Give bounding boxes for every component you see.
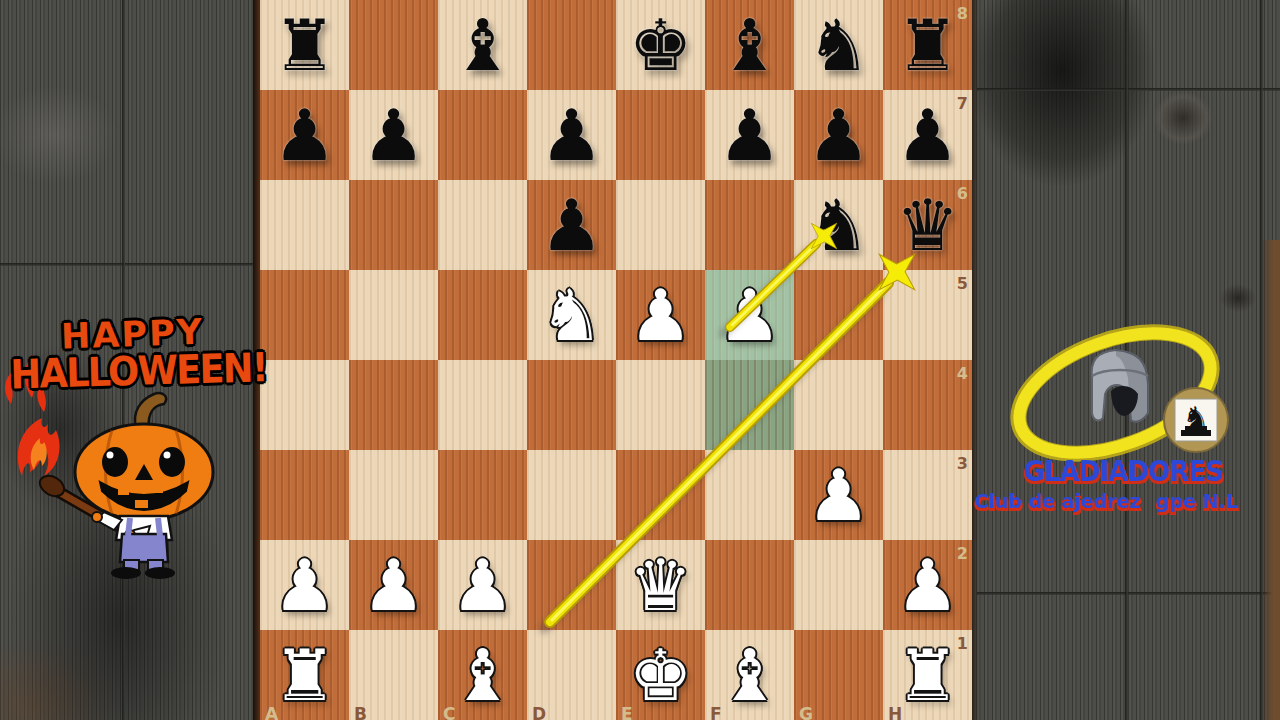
square-f5[interactable]: ♟: [705, 270, 794, 360]
square-h7[interactable]: ♟: [883, 90, 972, 180]
piece-black-pawn: ♟: [794, 90, 883, 180]
square-b6[interactable]: [349, 180, 438, 270]
square-c7[interactable]: [438, 90, 527, 180]
square-g3[interactable]: ♟: [794, 450, 883, 540]
piece-black-king: ♚: [616, 0, 705, 90]
square-g1[interactable]: [794, 630, 883, 720]
piece-white-pawn: ♟: [260, 540, 349, 630]
square-d7[interactable]: ♟: [527, 90, 616, 180]
square-e1[interactable]: ♚: [616, 630, 705, 720]
piece-white-pawn: ♟: [705, 270, 794, 360]
piece-black-knight: ♞: [794, 0, 883, 90]
square-e5[interactable]: ♟: [616, 270, 705, 360]
square-h4[interactable]: [883, 360, 972, 450]
piece-black-bishop: ♝: [438, 0, 527, 90]
piece-black-pawn: ♟: [705, 90, 794, 180]
piece-black-pawn: ♟: [349, 90, 438, 180]
square-b1[interactable]: [349, 630, 438, 720]
piece-white-king: ♚: [616, 630, 705, 720]
piece-white-rook: ♜: [260, 630, 349, 720]
square-b7[interactable]: ♟: [349, 90, 438, 180]
piece-white-bishop: ♝: [705, 630, 794, 720]
club-logo-emblem: ♞: [985, 318, 1280, 518]
square-c3[interactable]: [438, 450, 527, 540]
square-f2[interactable]: [705, 540, 794, 630]
square-a2[interactable]: ♟: [260, 540, 349, 630]
piece-black-bishop: ♝: [705, 0, 794, 90]
piece-black-queen: ♛: [883, 180, 972, 270]
piece-black-pawn: ♟: [527, 90, 616, 180]
square-g5[interactable]: [794, 270, 883, 360]
square-c8[interactable]: ♝: [438, 0, 527, 90]
club-logo-subtitle2-text: gpe N.L: [1156, 489, 1238, 513]
square-b5[interactable]: [349, 270, 438, 360]
piece-white-queen: ♛: [616, 540, 705, 630]
video-frame: ♜♝♚♝♞♜♟♟♟♟♟♟♟♞♛♞♟♟♟♟♟♟♛♟♜♝♚♝♜87654321ABC…: [0, 0, 1280, 720]
square-a3[interactable]: [260, 450, 349, 540]
pumpkin-head: [75, 393, 213, 520]
piece-black-pawn: ♟: [883, 90, 972, 180]
square-a6[interactable]: [260, 180, 349, 270]
square-g7[interactable]: ♟: [794, 90, 883, 180]
piece-white-knight: ♞: [527, 270, 616, 360]
square-e8[interactable]: ♚: [616, 0, 705, 90]
square-f3[interactable]: [705, 450, 794, 540]
wood-seam: [977, 592, 1280, 595]
square-c1[interactable]: ♝: [438, 630, 527, 720]
square-a8[interactable]: ♜: [260, 0, 349, 90]
square-d8[interactable]: [527, 0, 616, 90]
piece-black-pawn: ♟: [527, 180, 616, 270]
square-d3[interactable]: [527, 450, 616, 540]
square-e2[interactable]: ♛: [616, 540, 705, 630]
knight-badge-icon: ♞: [1164, 388, 1228, 452]
piece-white-pawn: ♟: [794, 450, 883, 540]
chess-board: ♜♝♚♝♞♜♟♟♟♟♟♟♟♞♛♞♟♟♟♟♟♟♛♟♜♝♚♝♜87654321ABC…: [260, 0, 972, 720]
square-c2[interactable]: ♟: [438, 540, 527, 630]
square-c4[interactable]: [438, 360, 527, 450]
halloween-text-line2: HALLOWEEN!: [10, 345, 252, 398]
square-b3[interactable]: [349, 450, 438, 540]
square-b8[interactable]: [349, 0, 438, 90]
piece-white-rook: ♜: [883, 630, 972, 720]
square-f1[interactable]: ♝: [705, 630, 794, 720]
square-e6[interactable]: [616, 180, 705, 270]
square-h5[interactable]: [883, 270, 972, 360]
square-g2[interactable]: [794, 540, 883, 630]
square-d1[interactable]: [527, 630, 616, 720]
square-b4[interactable]: [349, 360, 438, 450]
square-f7[interactable]: ♟: [705, 90, 794, 180]
piece-black-rook: ♜: [260, 0, 349, 90]
square-e4[interactable]: [616, 360, 705, 450]
square-e3[interactable]: [616, 450, 705, 540]
square-h3[interactable]: [883, 450, 972, 540]
square-g6[interactable]: ♞: [794, 180, 883, 270]
piece-white-pawn: ♟: [883, 540, 972, 630]
board-edge: [972, 0, 979, 720]
piece-black-pawn: ♟: [260, 90, 349, 180]
gladiator-helmet-icon: [1092, 350, 1148, 422]
square-h1[interactable]: ♜: [883, 630, 972, 720]
square-b2[interactable]: ♟: [349, 540, 438, 630]
square-f4[interactable]: [705, 360, 794, 450]
square-f6[interactable]: [705, 180, 794, 270]
square-c6[interactable]: [438, 180, 527, 270]
square-d5[interactable]: ♞: [527, 270, 616, 360]
square-a7[interactable]: ♟: [260, 90, 349, 180]
square-d6[interactable]: ♟: [527, 180, 616, 270]
square-a4[interactable]: [260, 360, 349, 450]
wood-seam: [977, 88, 1280, 91]
square-a1[interactable]: ♜: [260, 630, 349, 720]
club-logo-subtitle-text: Club de ajedrez: [974, 489, 1140, 513]
square-a5[interactable]: [260, 270, 349, 360]
piece-white-pawn: ♟: [438, 540, 527, 630]
square-h8[interactable]: ♜: [883, 0, 972, 90]
square-d4[interactable]: [527, 360, 616, 450]
square-d2[interactable]: [527, 540, 616, 630]
square-c5[interactable]: [438, 270, 527, 360]
wood-seam: [0, 263, 258, 266]
square-h2[interactable]: ♟: [883, 540, 972, 630]
piece-black-knight: ♞: [794, 180, 883, 270]
piece-white-bishop: ♝: [438, 630, 527, 720]
square-e7[interactable]: [616, 90, 705, 180]
square-g8[interactable]: ♞: [794, 0, 883, 90]
square-f8[interactable]: ♝: [705, 0, 794, 90]
square-h6[interactable]: ♛: [883, 180, 972, 270]
piece-white-pawn: ♟: [616, 270, 705, 360]
square-g4[interactable]: [794, 360, 883, 450]
piece-white-pawn: ♟: [349, 540, 438, 630]
club-logo-title: GLADIADORES: [1023, 455, 1220, 488]
club-logo-subtitle: Club de ajedrez gpe N.L: [992, 489, 1220, 513]
character-body: [92, 512, 175, 579]
piece-black-rook: ♜: [883, 0, 972, 90]
